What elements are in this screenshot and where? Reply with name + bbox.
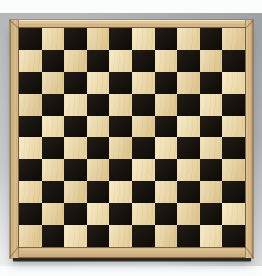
square-r10c7 xyxy=(155,225,178,247)
square-r5c5 xyxy=(109,116,132,138)
square-r10c10 xyxy=(222,225,245,247)
square-r5c10 xyxy=(222,116,245,138)
frame-rail-bottom xyxy=(10,247,253,258)
square-r5c4 xyxy=(87,116,110,138)
square-r9c6 xyxy=(132,203,155,225)
square-r6c10 xyxy=(222,137,245,159)
square-r2c3 xyxy=(64,50,87,72)
square-r1c1 xyxy=(19,28,42,50)
square-r5c2 xyxy=(42,116,65,138)
square-r4c9 xyxy=(200,94,223,116)
studio-backdrop xyxy=(0,13,262,266)
square-r2c8 xyxy=(177,50,200,72)
square-r8c9 xyxy=(200,181,223,203)
square-r3c3 xyxy=(64,72,87,94)
square-r8c1 xyxy=(19,181,42,203)
frame-rail-right xyxy=(245,20,253,258)
square-r6c6 xyxy=(132,137,155,159)
square-r10c3 xyxy=(64,225,87,247)
photo-canvas xyxy=(0,0,262,276)
square-r7c5 xyxy=(109,159,132,181)
square-r6c3 xyxy=(64,137,87,159)
square-r2c7 xyxy=(155,50,178,72)
square-r2c5 xyxy=(109,50,132,72)
square-r10c5 xyxy=(109,225,132,247)
square-r3c9 xyxy=(200,72,223,94)
square-r10c9 xyxy=(200,225,223,247)
square-r7c4 xyxy=(87,159,110,181)
square-r2c2 xyxy=(42,50,65,72)
square-r4c1 xyxy=(19,94,42,116)
square-r3c2 xyxy=(42,72,65,94)
square-r7c3 xyxy=(64,159,87,181)
square-r5c6 xyxy=(132,116,155,138)
square-r5c9 xyxy=(200,116,223,138)
square-r7c9 xyxy=(200,159,223,181)
wooden-checkers-board xyxy=(10,20,253,258)
square-r9c9 xyxy=(200,203,223,225)
square-r9c2 xyxy=(42,203,65,225)
square-r6c4 xyxy=(87,137,110,159)
square-r2c9 xyxy=(200,50,223,72)
square-r5c8 xyxy=(177,116,200,138)
square-r4c10 xyxy=(222,94,245,116)
square-r1c2 xyxy=(42,28,65,50)
board-grid xyxy=(19,28,245,247)
square-r8c3 xyxy=(64,181,87,203)
square-r10c8 xyxy=(177,225,200,247)
board-bottom-edge-shadow xyxy=(13,258,251,262)
square-r10c4 xyxy=(87,225,110,247)
square-r3c8 xyxy=(177,72,200,94)
square-r3c5 xyxy=(109,72,132,94)
square-r4c7 xyxy=(155,94,178,116)
square-r6c1 xyxy=(19,137,42,159)
square-r1c4 xyxy=(87,28,110,50)
square-r8c2 xyxy=(42,181,65,203)
square-r1c10 xyxy=(222,28,245,50)
square-r4c3 xyxy=(64,94,87,116)
square-r4c4 xyxy=(87,94,110,116)
square-r7c7 xyxy=(155,159,178,181)
square-r10c6 xyxy=(132,225,155,247)
square-r9c10 xyxy=(222,203,245,225)
square-r1c3 xyxy=(64,28,87,50)
square-r5c1 xyxy=(19,116,42,138)
square-r4c5 xyxy=(109,94,132,116)
square-r1c6 xyxy=(132,28,155,50)
square-r9c4 xyxy=(87,203,110,225)
square-r8c7 xyxy=(155,181,178,203)
square-r6c2 xyxy=(42,137,65,159)
square-r9c7 xyxy=(155,203,178,225)
square-r2c6 xyxy=(132,50,155,72)
square-r3c7 xyxy=(155,72,178,94)
square-r3c4 xyxy=(87,72,110,94)
square-r2c1 xyxy=(19,50,42,72)
square-r9c5 xyxy=(109,203,132,225)
square-r7c10 xyxy=(222,159,245,181)
square-r9c1 xyxy=(19,203,42,225)
square-r1c9 xyxy=(200,28,223,50)
square-r6c5 xyxy=(109,137,132,159)
square-r5c7 xyxy=(155,116,178,138)
square-r4c2 xyxy=(42,94,65,116)
square-r7c1 xyxy=(19,159,42,181)
square-r6c7 xyxy=(155,137,178,159)
square-r10c1 xyxy=(19,225,42,247)
square-r2c4 xyxy=(87,50,110,72)
square-r4c8 xyxy=(177,94,200,116)
square-r9c8 xyxy=(177,203,200,225)
square-r3c1 xyxy=(19,72,42,94)
square-r5c3 xyxy=(64,116,87,138)
square-r1c8 xyxy=(177,28,200,50)
square-r2c10 xyxy=(222,50,245,72)
square-r3c6 xyxy=(132,72,155,94)
square-r7c8 xyxy=(177,159,200,181)
square-r1c5 xyxy=(109,28,132,50)
square-r8c6 xyxy=(132,181,155,203)
square-r8c8 xyxy=(177,181,200,203)
square-r4c6 xyxy=(132,94,155,116)
square-r10c2 xyxy=(42,225,65,247)
frame-rail-top xyxy=(10,20,253,28)
square-r1c7 xyxy=(155,28,178,50)
square-r6c8 xyxy=(177,137,200,159)
square-r8c5 xyxy=(109,181,132,203)
square-r9c3 xyxy=(64,203,87,225)
square-r8c4 xyxy=(87,181,110,203)
square-r8c10 xyxy=(222,181,245,203)
square-r7c6 xyxy=(132,159,155,181)
square-r7c2 xyxy=(42,159,65,181)
square-r6c9 xyxy=(200,137,223,159)
square-r3c10 xyxy=(222,72,245,94)
frame-rail-left xyxy=(10,20,19,258)
